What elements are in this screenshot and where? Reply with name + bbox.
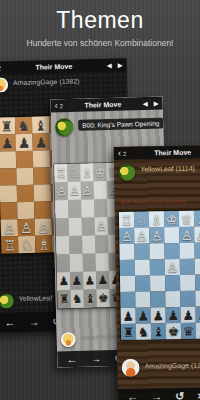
undo-arrow-icon[interactable]: ← — [127, 391, 138, 400]
black-knight-piece: ♞ — [138, 325, 150, 338]
board-square[interactable] — [195, 290, 200, 306]
board-square[interactable]: ♔ — [164, 211, 179, 227]
white-knight-piece: ♘ — [68, 167, 79, 179]
board-square[interactable]: ♘ — [67, 164, 80, 182]
board-square[interactable]: ♗ — [80, 163, 93, 181]
next-puzzle-icon[interactable]: ▶ — [117, 61, 122, 69]
board-square[interactable] — [164, 243, 179, 259]
board-square[interactable]: ♟ — [70, 272, 83, 290]
prev-puzzle-icon[interactable]: ◀ — [143, 99, 148, 107]
black-king-piece: ♚ — [168, 324, 180, 337]
board-square[interactable]: ♟ — [0, 134, 16, 151]
black-pawn-piece: ♟ — [97, 274, 108, 286]
board-square[interactable] — [164, 227, 179, 243]
black-pawn-piece: ♟ — [1, 136, 14, 150]
board-square[interactable]: ♙ — [179, 227, 194, 243]
black-pawn-piece: ♟ — [71, 275, 82, 287]
board-square[interactable] — [82, 217, 95, 235]
forward-arrow-icon[interactable]: → — [151, 391, 162, 400]
forward-arrow-icon[interactable]: → — [28, 316, 39, 327]
board-square[interactable] — [55, 200, 68, 218]
white-pawn-piece: ♙ — [82, 184, 93, 196]
back-chevron-icon: ‹ — [55, 101, 58, 110]
board-square[interactable]: ♗ — [149, 211, 164, 227]
board-square[interactable] — [150, 259, 165, 275]
app-screen: Themen Hunderte von schönen Kombinatione… — [0, 0, 200, 400]
board-square[interactable] — [180, 291, 195, 307]
board-square[interactable] — [150, 291, 165, 307]
board-square[interactable]: ♟ — [57, 272, 70, 290]
white-bishop-piece: ♗ — [81, 166, 92, 178]
white-pawn-piece: ♙ — [181, 228, 193, 241]
board-square[interactable]: ♖ — [119, 212, 134, 228]
board-square[interactable]: ♞ — [136, 323, 151, 339]
back-button[interactable]: ‹ 2 — [55, 101, 64, 110]
duck-avatar — [0, 77, 8, 92]
board-square[interactable] — [81, 199, 94, 217]
board-square[interactable]: ♟ — [83, 271, 96, 289]
board-square[interactable]: ♛ — [181, 323, 196, 339]
prev-puzzle-icon[interactable]: ◀ — [107, 61, 112, 69]
board-square[interactable]: ♜ — [0, 117, 15, 134]
bottom-player-row: AmazingGage (1382) — [117, 357, 200, 377]
board-square[interactable]: ♙ — [95, 217, 108, 235]
puzzle-toolbar: ← → ↺ × — [118, 387, 200, 400]
black-pawn-piece: ♟ — [182, 308, 194, 321]
top-player-row: B00: King's Pawn Opening — [51, 110, 164, 137]
board-square[interactable] — [34, 184, 51, 201]
white-pawn-piece: ♙ — [3, 221, 16, 235]
board-square[interactable]: ♜ — [58, 290, 71, 308]
board-square[interactable]: ♙ — [81, 181, 94, 199]
white-king-piece: ♔ — [166, 212, 178, 225]
board-square[interactable] — [180, 275, 195, 291]
forward-arrow-icon[interactable]: → — [90, 353, 101, 364]
board-square[interactable] — [33, 150, 50, 167]
board-square[interactable]: ♝ — [84, 289, 97, 307]
board-square[interactable]: ♟ — [32, 133, 49, 150]
board-square[interactable] — [180, 259, 195, 275]
black-pawn-piece: ♟ — [18, 135, 31, 149]
board-square[interactable]: ♟ — [121, 308, 136, 324]
board-square[interactable] — [56, 218, 69, 236]
hero-header: Themen Hunderte von schönen Kombinatione… — [0, 0, 200, 48]
opening-name-badge: B00: King's Pawn Opening — [78, 118, 163, 131]
black-rook-piece: ♜ — [0, 119, 13, 133]
black-pawn-piece: ♟ — [122, 309, 134, 322]
board-square[interactable] — [165, 275, 180, 291]
board-square[interactable] — [194, 242, 200, 258]
board-square[interactable]: ♙ — [194, 226, 200, 242]
board-square[interactable] — [0, 202, 17, 219]
board-square[interactable] — [69, 218, 82, 236]
top-player-name: AmazingGage (1382) — [13, 77, 80, 86]
white-pawn-piece: ♙ — [121, 229, 133, 242]
black-knight-piece: ♞ — [17, 118, 30, 132]
board-square[interactable] — [16, 168, 33, 185]
board-square[interactable] — [70, 254, 83, 272]
black-pawn-piece: ♟ — [58, 275, 69, 287]
white-knight-piece: ♘ — [136, 213, 148, 226]
white-bishop-piece: ♗ — [196, 212, 200, 225]
white-rook-piece: ♖ — [55, 167, 66, 179]
board-square[interactable] — [0, 168, 17, 185]
black-queen-piece: ♛ — [183, 324, 195, 337]
black-pawn-piece: ♟ — [84, 274, 95, 286]
parrot-avatar — [118, 164, 135, 181]
board-square[interactable]: ♜ — [121, 324, 136, 340]
board-square[interactable]: ♙ — [149, 227, 164, 243]
next-puzzle-icon[interactable]: ▶ — [154, 99, 159, 107]
board-square[interactable]: ♙ — [1, 219, 18, 236]
top-player-name: YellowLeaf (1114) — [140, 165, 195, 173]
board-square[interactable] — [120, 292, 135, 308]
top-player-row: AmazingGage (1382) — [0, 71, 127, 93]
board-square[interactable] — [165, 291, 180, 307]
black-bishop-piece: ♝ — [198, 324, 200, 337]
white-pawn-piece: ♙ — [56, 185, 67, 197]
board-square[interactable]: ♞ — [71, 290, 84, 308]
white-pawn-piece: ♙ — [136, 229, 148, 242]
board-square[interactable] — [96, 253, 109, 271]
puzzle-card-right: ‹ 2 Their Move YellowLeaf (1114) B00: Ki… — [114, 145, 200, 400]
board-square[interactable]: ♚ — [96, 289, 109, 307]
board-square[interactable] — [16, 151, 33, 168]
black-pawn-piece: ♟ — [197, 308, 200, 321]
back-chevron-icon: ‹ — [118, 149, 121, 158]
close-icon[interactable]: × — [197, 390, 200, 400]
board-square[interactable] — [17, 202, 34, 219]
white-bishop-piece: ♗ — [37, 237, 50, 251]
black-bishop-piece: ♝ — [153, 325, 165, 338]
black-rook-piece: ♜ — [123, 325, 135, 338]
appbar-title: Their Move — [1, 62, 107, 72]
black-king-piece: ♚ — [98, 292, 109, 304]
board-square[interactable] — [57, 254, 70, 272]
board-square[interactable]: ♟ — [96, 271, 109, 289]
black-pawn-piece: ♟ — [35, 135, 48, 149]
white-pawn-piece: ♙ — [37, 220, 50, 234]
white-queen-piece: ♕ — [181, 212, 193, 225]
board-square[interactable] — [33, 167, 50, 184]
undo-arrow-icon[interactable]: ← — [4, 317, 15, 328]
board-square[interactable]: ♟ — [151, 307, 166, 323]
board-square[interactable] — [82, 235, 95, 253]
board-square[interactable]: ♟ — [136, 307, 151, 323]
person-avatar — [121, 359, 139, 377]
board-square[interactable]: ♙ — [35, 218, 52, 235]
black-bishop-piece: ♝ — [85, 292, 96, 304]
board-square[interactable] — [134, 243, 149, 259]
black-pawn-piece: ♟ — [152, 309, 164, 322]
board-square[interactable] — [135, 275, 150, 291]
white-bishop-piece: ♗ — [151, 213, 163, 226]
black-knight-piece: ♞ — [72, 293, 83, 305]
back-button[interactable]: ‹ 2 — [118, 149, 126, 158]
white-pawn-piece: ♙ — [69, 185, 80, 197]
bottom-player-row: YellowLeaf — [0, 292, 57, 309]
board-square[interactable]: ♕ — [179, 211, 194, 227]
board-square[interactable]: ♙ — [134, 227, 149, 243]
board-square[interactable]: ♚ — [166, 323, 181, 339]
chess-board[interactable]: ♖♘♗♔♕♗♘♖♙♙♙♙♙♙♙♙♟♟♟♟♟♟♟♟♜♞♝♚♛♝♞♜ — [119, 210, 200, 340]
duck-avatar — [61, 332, 76, 347]
black-pawn-piece: ♟ — [137, 309, 149, 322]
board-square[interactable] — [195, 274, 200, 290]
board-square[interactable] — [94, 199, 107, 217]
board-square[interactable]: ♔ — [93, 163, 106, 181]
white-king-piece: ♔ — [94, 166, 105, 178]
board-square[interactable]: ♝ — [151, 323, 166, 339]
white-pawn-piece: ♙ — [196, 228, 200, 241]
board-square[interactable]: ♖ — [1, 236, 18, 253]
board-square[interactable]: ♙ — [119, 228, 134, 244]
white-pawn-piece: ♙ — [20, 220, 33, 234]
board-square[interactable] — [83, 253, 96, 271]
white-pawn-piece: ♙ — [166, 260, 178, 273]
retry-icon[interactable]: ↺ — [175, 390, 184, 400]
black-pawn-piece: ♟ — [167, 308, 179, 321]
board-square[interactable] — [0, 185, 17, 202]
board-square[interactable] — [94, 181, 107, 199]
board-square[interactable]: ♟ — [166, 307, 181, 323]
board-square[interactable]: ♟ — [15, 134, 32, 151]
board-square[interactable]: ♞ — [15, 117, 32, 134]
opening-name-label: B00: King's Pawn Opening — [121, 197, 200, 205]
undo-arrow-icon[interactable]: ← — [66, 353, 77, 364]
board-square[interactable]: ♝ — [32, 116, 49, 133]
board-square[interactable] — [179, 243, 194, 259]
board-square[interactable] — [195, 258, 200, 274]
white-knight-piece: ♘ — [20, 237, 33, 251]
bottom-player-name: AmazingGage (1382) — [145, 361, 200, 369]
bottom-player-name: YellowLeaf — [19, 294, 53, 302]
board-square[interactable] — [0, 151, 16, 168]
board-square[interactable]: ♖ — [54, 164, 67, 182]
board-square[interactable]: ♙ — [18, 219, 35, 236]
white-rook-piece: ♖ — [3, 238, 16, 252]
appbar-title: Their Move — [63, 100, 143, 109]
board-square[interactable] — [56, 236, 69, 254]
white-pawn-piece: ♙ — [96, 220, 107, 232]
board-square[interactable] — [68, 200, 81, 218]
board-square[interactable] — [149, 243, 164, 259]
white-rook-piece: ♖ — [121, 213, 133, 226]
board-square[interactable] — [120, 276, 135, 292]
board-square[interactable] — [34, 201, 51, 218]
board-square[interactable]: ♟ — [196, 306, 200, 322]
parrot-avatar — [55, 118, 73, 136]
board-square[interactable]: ♝ — [196, 322, 200, 338]
board-square[interactable] — [17, 185, 34, 202]
board-square[interactable]: ♘ — [134, 211, 149, 227]
top-player-row: YellowLeaf (1114) — [114, 158, 200, 181]
parrot-avatar — [0, 293, 14, 308]
board-square[interactable]: ♙ — [165, 259, 180, 275]
black-rook-piece: ♜ — [59, 293, 70, 305]
appbar-title: Their Move — [126, 148, 200, 157]
board-square[interactable]: ♘ — [18, 236, 35, 253]
board-square[interactable]: ♙ — [68, 182, 81, 200]
board-square[interactable] — [150, 275, 165, 291]
board-square[interactable] — [135, 291, 150, 307]
white-pawn-piece: ♙ — [151, 229, 163, 242]
board-square[interactable] — [135, 259, 150, 275]
board-square[interactable] — [95, 235, 108, 253]
board-square[interactable] — [120, 260, 135, 276]
board-square[interactable] — [119, 244, 134, 260]
board-square[interactable]: ♙ — [55, 182, 68, 200]
board-square[interactable] — [69, 236, 82, 254]
board-square[interactable]: ♗ — [35, 235, 52, 252]
page-subtitle: Hunderte von schönen Kombinationen! — [0, 38, 200, 48]
board-square[interactable]: ♗ — [194, 210, 200, 226]
page-title: Themen — [0, 7, 200, 34]
board-square[interactable]: ♟ — [181, 307, 196, 323]
black-bishop-piece: ♝ — [34, 118, 47, 132]
